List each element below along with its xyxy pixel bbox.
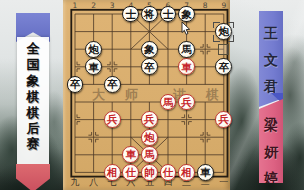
screenshot-stage: 123456789 九八七六五四三二一 大师 讲棋 士将士象炮炮象馬車卒車卒卒卒… xyxy=(0,0,304,190)
piece-black-pawn[interactable]: 卒 xyxy=(104,76,121,93)
piece-red-chariot[interactable]: 車 xyxy=(122,146,139,163)
piece-black-advisor[interactable]: 士 xyxy=(160,6,177,23)
piece-red-advisor[interactable]: 仕 xyxy=(122,164,139,181)
banner-character: 文 xyxy=(264,47,278,74)
banner-character: 婷 xyxy=(264,165,278,190)
piece-black-horse[interactable]: 馬 xyxy=(178,41,195,58)
piece-red-advisor[interactable]: 仕 xyxy=(160,164,177,181)
piece-black-chariot[interactable]: 車 xyxy=(85,58,102,75)
player-bottom-banner: 梁妍婷 xyxy=(259,99,283,183)
banner-character: 象 xyxy=(27,73,40,89)
piece-black-pawn[interactable]: 卒 xyxy=(215,58,232,75)
banner-character: 全 xyxy=(27,41,40,57)
banner-character: 妍 xyxy=(264,139,278,166)
piece-red-horse[interactable]: 馬 xyxy=(160,94,177,111)
piece-red-elephant[interactable]: 相 xyxy=(178,164,195,181)
piece-red-horse[interactable]: 馬 xyxy=(141,146,158,163)
banner-character: 棋 xyxy=(27,105,40,121)
piece-black-advisor[interactable]: 士 xyxy=(122,6,139,23)
event-banner-text: 全国象棋棋后赛 xyxy=(16,41,50,152)
piece-black-cannon[interactable]: 炮 xyxy=(215,23,232,40)
piece-red-cannon[interactable]: 炮 xyxy=(141,129,158,146)
xiangqi-board-grid[interactable]: 士将士象炮炮象馬車卒車卒卒卒馬兵兵兵兵炮車馬相仕帥仕相車 xyxy=(66,5,233,181)
piece-red-pawn[interactable]: 兵 xyxy=(141,111,158,128)
piece-red-pawn[interactable]: 兵 xyxy=(104,111,121,128)
mouse-cursor-icon xyxy=(181,22,191,36)
banner-character: 王 xyxy=(264,20,278,47)
piece-red-general[interactable]: 帥 xyxy=(141,164,158,181)
event-banner-bottom-ribbon-icon xyxy=(16,164,50,190)
piece-red-pawn[interactable]: 兵 xyxy=(178,94,195,111)
banner-character: 后 xyxy=(27,121,40,137)
piece-red-pawn[interactable]: 兵 xyxy=(215,111,232,128)
piece-black-elephant[interactable]: 象 xyxy=(141,41,158,58)
player-bottom-name: 梁妍婷 xyxy=(259,112,283,190)
piece-black-cannon[interactable]: 炮 xyxy=(85,41,102,58)
last-move-origin-marker xyxy=(218,44,229,55)
piece-black-chariot[interactable]: 車 xyxy=(197,164,214,181)
piece-red-chariot[interactable]: 車 xyxy=(178,58,195,75)
piece-red-elephant[interactable]: 相 xyxy=(104,164,121,181)
player-top-name: 王文君 xyxy=(259,20,283,100)
banner-character: 梁 xyxy=(264,112,278,139)
banner-character: 国 xyxy=(27,57,40,73)
banner-character: 赛 xyxy=(27,136,40,152)
piece-black-pawn[interactable]: 卒 xyxy=(141,58,158,75)
piece-black-pawn[interactable]: 卒 xyxy=(67,76,84,93)
banner-character: 棋 xyxy=(27,89,40,105)
player-top-banner: 王文君 xyxy=(259,11,283,107)
piece-black-elephant[interactable]: 象 xyxy=(178,6,195,23)
piece-black-general[interactable]: 将 xyxy=(141,6,158,23)
